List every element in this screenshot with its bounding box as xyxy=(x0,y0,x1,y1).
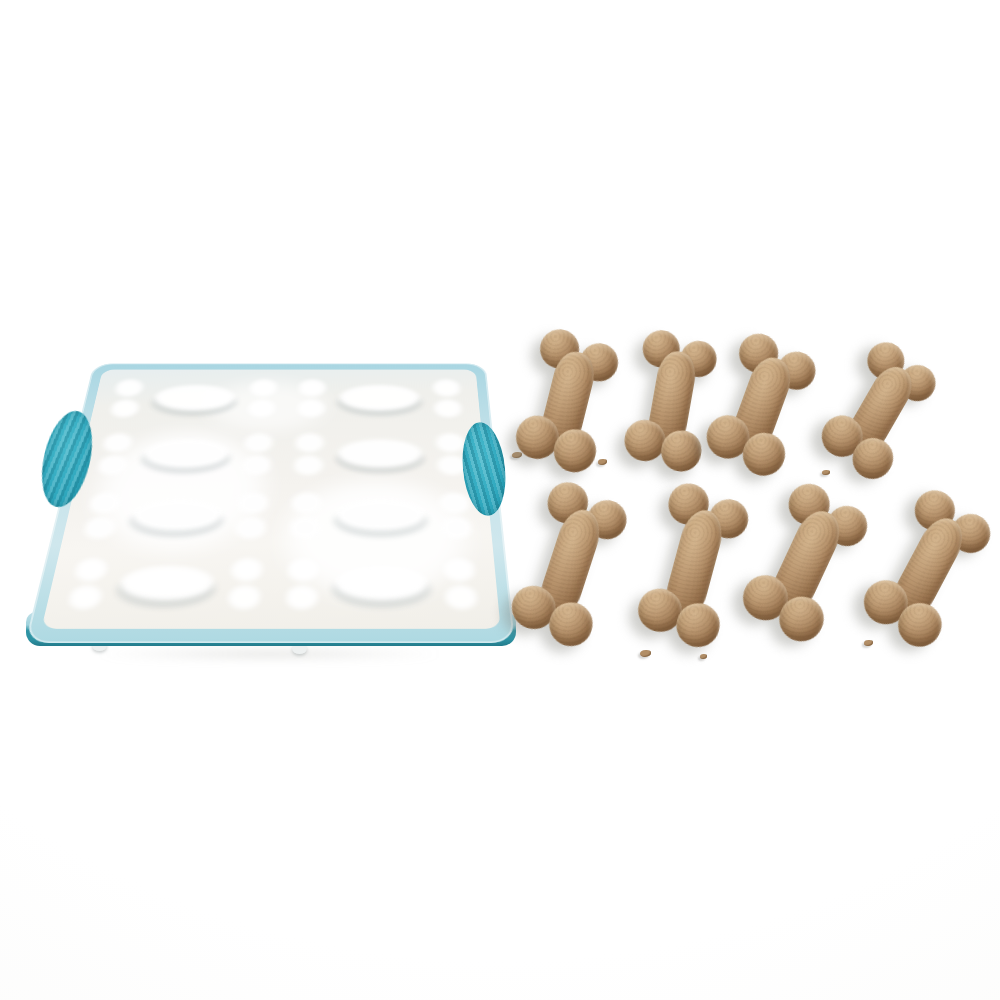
dog-treat-bone-4 xyxy=(817,337,942,482)
scene xyxy=(0,0,1000,1000)
dog-treat-bone-6 xyxy=(637,481,752,648)
dog-treat-bone-5 xyxy=(509,480,630,649)
dog-treat-bone-8 xyxy=(859,485,996,651)
dog-treat-bone-7 xyxy=(739,479,873,645)
dog-treat-bone-3 xyxy=(704,330,820,478)
dog-treat-bone-1 xyxy=(515,327,621,473)
treats-group xyxy=(0,0,1000,1000)
